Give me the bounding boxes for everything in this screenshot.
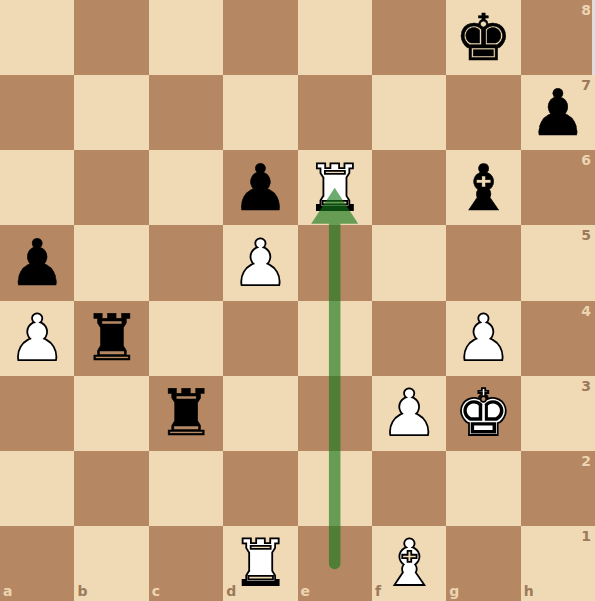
piece-black-bishop[interactable]: ♝ <box>446 150 520 225</box>
square-g2[interactable] <box>446 451 520 526</box>
square-b1[interactable]: b <box>74 526 148 601</box>
square-d1[interactable]: d♜ <box>223 526 297 601</box>
square-c1[interactable]: c <box>149 526 223 601</box>
square-a3[interactable] <box>0 376 74 451</box>
piece-white-rook[interactable]: ♜ <box>223 526 297 601</box>
file-label-e: e <box>301 583 311 599</box>
piece-black-pawn[interactable]: ♟ <box>0 225 74 300</box>
square-a4[interactable]: ♟ <box>0 301 74 376</box>
square-d6[interactable]: ♟ <box>223 150 297 225</box>
square-e3[interactable] <box>298 376 372 451</box>
square-b2[interactable] <box>74 451 148 526</box>
square-b6[interactable] <box>74 150 148 225</box>
rank-label-4: 4 <box>581 303 591 319</box>
square-e8[interactable] <box>298 0 372 75</box>
square-h4[interactable]: 4 <box>521 301 595 376</box>
square-g3[interactable]: ♚ <box>446 376 520 451</box>
square-c4[interactable] <box>149 301 223 376</box>
square-g7[interactable] <box>446 75 520 150</box>
file-label-a: a <box>3 583 12 599</box>
square-h3[interactable]: 3 <box>521 376 595 451</box>
square-f7[interactable] <box>372 75 446 150</box>
square-b5[interactable] <box>74 225 148 300</box>
file-label-h: h <box>524 583 534 599</box>
square-g8[interactable]: ♚ <box>446 0 520 75</box>
square-f6[interactable] <box>372 150 446 225</box>
square-a8[interactable] <box>0 0 74 75</box>
piece-black-pawn[interactable]: ♟ <box>521 75 595 150</box>
square-d8[interactable] <box>223 0 297 75</box>
square-h8[interactable]: 8 <box>521 0 595 75</box>
square-e1[interactable]: e <box>298 526 372 601</box>
piece-white-pawn[interactable]: ♟ <box>446 301 520 376</box>
square-h1[interactable]: h1 <box>521 526 595 601</box>
square-c6[interactable] <box>149 150 223 225</box>
square-g5[interactable] <box>446 225 520 300</box>
square-e2[interactable] <box>298 451 372 526</box>
square-d5[interactable]: ♟ <box>223 225 297 300</box>
piece-white-pawn[interactable]: ♟ <box>223 225 297 300</box>
rank-label-2: 2 <box>581 453 591 469</box>
piece-white-pawn[interactable]: ♟ <box>372 376 446 451</box>
square-f2[interactable] <box>372 451 446 526</box>
square-f5[interactable] <box>372 225 446 300</box>
square-e6[interactable]: ♜ <box>298 150 372 225</box>
square-b8[interactable] <box>74 0 148 75</box>
square-e5[interactable] <box>298 225 372 300</box>
square-b4[interactable]: ♜ <box>74 301 148 376</box>
file-label-g: g <box>449 583 459 599</box>
chess-app: ♚87♟♟♜♝6♟♟5♟♜♟4♜♟♚32abcd♜ef♝gh1 <box>0 0 595 601</box>
square-a1[interactable]: a <box>0 526 74 601</box>
square-g6[interactable]: ♝ <box>446 150 520 225</box>
square-c7[interactable] <box>149 75 223 150</box>
rank-label-6: 6 <box>581 152 591 168</box>
square-h7[interactable]: 7♟ <box>521 75 595 150</box>
square-d3[interactable] <box>223 376 297 451</box>
piece-white-rook[interactable]: ♜ <box>298 150 372 225</box>
piece-black-rook[interactable]: ♜ <box>74 301 148 376</box>
file-label-b: b <box>77 583 87 599</box>
square-e4[interactable] <box>298 301 372 376</box>
square-a5[interactable]: ♟ <box>0 225 74 300</box>
square-f1[interactable]: f♝ <box>372 526 446 601</box>
square-f3[interactable]: ♟ <box>372 376 446 451</box>
square-h2[interactable]: 2 <box>521 451 595 526</box>
square-c3[interactable]: ♜ <box>149 376 223 451</box>
file-label-c: c <box>152 583 160 599</box>
square-f4[interactable] <box>372 301 446 376</box>
square-a6[interactable] <box>0 150 74 225</box>
rank-label-3: 3 <box>581 378 591 394</box>
rank-label-5: 5 <box>581 227 591 243</box>
square-c8[interactable] <box>149 0 223 75</box>
square-e7[interactable] <box>298 75 372 150</box>
piece-black-pawn[interactable]: ♟ <box>223 150 297 225</box>
square-d4[interactable] <box>223 301 297 376</box>
square-c5[interactable] <box>149 225 223 300</box>
chess-board: ♚87♟♟♜♝6♟♟5♟♜♟4♜♟♚32abcd♜ef♝gh1 <box>0 0 595 601</box>
square-g4[interactable]: ♟ <box>446 301 520 376</box>
piece-white-pawn[interactable]: ♟ <box>0 301 74 376</box>
square-c2[interactable] <box>149 451 223 526</box>
square-g1[interactable]: g <box>446 526 520 601</box>
square-b3[interactable] <box>74 376 148 451</box>
square-b7[interactable] <box>74 75 148 150</box>
piece-black-king[interactable]: ♚ <box>446 0 520 75</box>
square-h5[interactable]: 5 <box>521 225 595 300</box>
piece-white-bishop[interactable]: ♝ <box>372 526 446 601</box>
rank-label-8: 8 <box>581 2 591 18</box>
square-f8[interactable] <box>372 0 446 75</box>
square-a7[interactable] <box>0 75 74 150</box>
square-d2[interactable] <box>223 451 297 526</box>
square-h6[interactable]: 6 <box>521 150 595 225</box>
piece-white-king[interactable]: ♚ <box>446 376 520 451</box>
piece-black-rook[interactable]: ♜ <box>149 376 223 451</box>
square-a2[interactable] <box>0 451 74 526</box>
rank-label-1: 1 <box>581 528 591 544</box>
square-d7[interactable] <box>223 75 297 150</box>
